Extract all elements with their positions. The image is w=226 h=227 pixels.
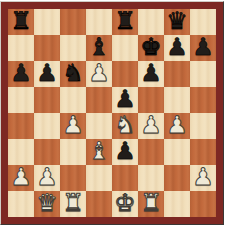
piece-white-pawn[interactable]: ♟	[88, 61, 110, 85]
square-c3[interactable]	[60, 139, 86, 165]
square-h4[interactable]	[190, 113, 216, 139]
piece-black-king[interactable]: ♚	[140, 35, 162, 59]
square-a4[interactable]	[8, 113, 34, 139]
square-e6[interactable]	[112, 61, 138, 87]
square-f8[interactable]	[138, 9, 164, 35]
square-f2[interactable]	[138, 165, 164, 191]
square-f7[interactable]: ♚	[138, 35, 164, 61]
square-c4[interactable]: ♟	[60, 113, 86, 139]
square-a7[interactable]	[8, 35, 34, 61]
square-b1[interactable]: ♛	[34, 191, 60, 217]
piece-white-pawn[interactable]: ♟	[36, 165, 58, 189]
chess-board: ♜♜♛♝♚♟♟♟♟♞♟♟♟♟♞♟♟♝♟♟♟♟♛♜♚♜	[8, 9, 216, 217]
piece-black-queen[interactable]: ♛	[166, 9, 188, 33]
piece-white-king[interactable]: ♚	[114, 191, 136, 215]
piece-black-pawn[interactable]: ♟	[192, 35, 214, 59]
piece-black-pawn[interactable]: ♟	[140, 61, 162, 85]
square-d3[interactable]: ♝	[86, 139, 112, 165]
square-f6[interactable]: ♟	[138, 61, 164, 87]
square-e4[interactable]: ♞	[112, 113, 138, 139]
square-c7[interactable]	[60, 35, 86, 61]
square-g1[interactable]	[164, 191, 190, 217]
square-d1[interactable]	[86, 191, 112, 217]
square-g7[interactable]: ♟	[164, 35, 190, 61]
piece-white-bishop[interactable]: ♝	[88, 139, 110, 163]
board-frame: ♜♜♛♝♚♟♟♟♟♞♟♟♟♟♞♟♟♝♟♟♟♟♛♜♚♜	[1, 2, 223, 224]
piece-white-pawn[interactable]: ♟	[62, 113, 84, 137]
square-h1[interactable]	[190, 191, 216, 217]
piece-black-rook[interactable]: ♜	[10, 9, 32, 33]
square-d4[interactable]	[86, 113, 112, 139]
piece-white-queen[interactable]: ♛	[36, 191, 58, 215]
square-g8[interactable]: ♛	[164, 9, 190, 35]
piece-black-pawn[interactable]: ♟	[10, 61, 32, 85]
piece-black-rook[interactable]: ♜	[114, 9, 136, 33]
square-d7[interactable]: ♝	[86, 35, 112, 61]
piece-black-knight[interactable]: ♞	[62, 61, 84, 85]
square-h8[interactable]	[190, 9, 216, 35]
square-e1[interactable]: ♚	[112, 191, 138, 217]
piece-white-pawn[interactable]: ♟	[192, 165, 214, 189]
piece-white-rook[interactable]: ♜	[140, 191, 162, 215]
square-g5[interactable]	[164, 87, 190, 113]
square-b4[interactable]	[34, 113, 60, 139]
square-e7[interactable]	[112, 35, 138, 61]
square-e3[interactable]: ♟	[112, 139, 138, 165]
piece-black-pawn[interactable]: ♟	[114, 87, 136, 111]
square-d5[interactable]	[86, 87, 112, 113]
square-a2[interactable]: ♟	[8, 165, 34, 191]
board-outer-bevel: ♜♜♛♝♚♟♟♟♟♞♟♟♟♟♞♟♟♝♟♟♟♟♛♜♚♜	[0, 1, 224, 225]
square-h5[interactable]	[190, 87, 216, 113]
square-h6[interactable]	[190, 61, 216, 87]
square-f3[interactable]	[138, 139, 164, 165]
square-b7[interactable]	[34, 35, 60, 61]
square-c1[interactable]: ♜	[60, 191, 86, 217]
square-b8[interactable]	[34, 9, 60, 35]
piece-black-bishop[interactable]: ♝	[88, 35, 110, 59]
square-g3[interactable]	[164, 139, 190, 165]
piece-black-pawn[interactable]: ♟	[36, 61, 58, 85]
square-h3[interactable]	[190, 139, 216, 165]
square-g2[interactable]	[164, 165, 190, 191]
square-g4[interactable]: ♟	[164, 113, 190, 139]
piece-white-pawn[interactable]: ♟	[10, 165, 32, 189]
square-d6[interactable]: ♟	[86, 61, 112, 87]
piece-black-pawn[interactable]: ♟	[166, 35, 188, 59]
piece-black-pawn[interactable]: ♟	[114, 139, 136, 163]
piece-white-pawn[interactable]: ♟	[166, 113, 188, 137]
square-f5[interactable]	[138, 87, 164, 113]
square-d8[interactable]	[86, 9, 112, 35]
square-c6[interactable]: ♞	[60, 61, 86, 87]
piece-white-pawn[interactable]: ♟	[140, 113, 162, 137]
piece-white-rook[interactable]: ♜	[62, 191, 84, 215]
square-a8[interactable]: ♜	[8, 9, 34, 35]
square-d2[interactable]	[86, 165, 112, 191]
square-a3[interactable]	[8, 139, 34, 165]
square-e8[interactable]: ♜	[112, 9, 138, 35]
square-e5[interactable]: ♟	[112, 87, 138, 113]
square-b2[interactable]: ♟	[34, 165, 60, 191]
square-b3[interactable]	[34, 139, 60, 165]
square-h2[interactable]: ♟	[190, 165, 216, 191]
square-f1[interactable]: ♜	[138, 191, 164, 217]
square-a6[interactable]: ♟	[8, 61, 34, 87]
square-a5[interactable]	[8, 87, 34, 113]
square-f4[interactable]: ♟	[138, 113, 164, 139]
piece-white-knight[interactable]: ♞	[114, 113, 136, 137]
square-e2[interactable]	[112, 165, 138, 191]
square-c5[interactable]	[60, 87, 86, 113]
square-c8[interactable]	[60, 9, 86, 35]
square-b5[interactable]	[34, 87, 60, 113]
square-c2[interactable]	[60, 165, 86, 191]
square-h7[interactable]: ♟	[190, 35, 216, 61]
square-b6[interactable]: ♟	[34, 61, 60, 87]
square-a1[interactable]	[8, 191, 34, 217]
square-g6[interactable]	[164, 61, 190, 87]
